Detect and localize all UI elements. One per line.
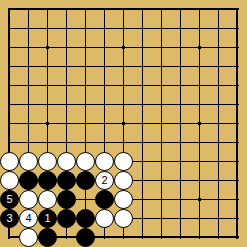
intersection-F12[interactable] xyxy=(95,19,114,38)
intersection-G4[interactable] xyxy=(114,171,133,190)
intersection-D1[interactable] xyxy=(57,228,76,247)
grid-line-h xyxy=(95,104,114,105)
intersection-K9[interactable] xyxy=(171,76,190,95)
intersection-J1[interactable] xyxy=(152,228,171,247)
grid-line-h xyxy=(209,104,228,105)
grid-line-h xyxy=(190,8,209,10)
intersection-A6[interactable] xyxy=(0,133,19,152)
intersection-H3[interactable] xyxy=(133,190,152,209)
intersection-D4[interactable] xyxy=(57,171,76,190)
white-stone xyxy=(19,228,38,247)
intersection-G11[interactable] xyxy=(114,38,133,57)
intersection-B3[interactable] xyxy=(19,190,38,209)
intersection-M1[interactable] xyxy=(209,228,228,247)
grid-line-h xyxy=(114,104,133,105)
intersection-F13[interactable] xyxy=(95,0,114,19)
intersection-E5[interactable] xyxy=(76,152,95,171)
grid-line-h xyxy=(228,180,239,181)
intersection-H5[interactable] xyxy=(133,152,152,171)
intersection-B10[interactable] xyxy=(19,57,38,76)
move-number-label: 4 xyxy=(25,213,31,224)
grid-line-h xyxy=(209,142,228,143)
intersection-H7[interactable] xyxy=(133,114,152,133)
intersection-M12[interactable] xyxy=(209,19,228,38)
intersection-G3[interactable] xyxy=(114,190,133,209)
grid-line-h xyxy=(171,161,190,162)
grid-line-h xyxy=(190,104,209,105)
grid-line-h xyxy=(190,28,209,29)
intersection-M2[interactable] xyxy=(209,209,228,228)
white-stone xyxy=(38,190,57,209)
intersection-K10[interactable] xyxy=(171,57,190,76)
black-stone: 1 xyxy=(38,209,57,228)
intersection-M13[interactable] xyxy=(209,0,228,19)
grid-line-h xyxy=(76,28,95,29)
grid-line-h xyxy=(114,66,133,67)
intersection-H9[interactable] xyxy=(133,76,152,95)
intersection-H12[interactable] xyxy=(133,19,152,38)
intersection-L12[interactable] xyxy=(190,19,209,38)
intersection-E2[interactable] xyxy=(76,209,95,228)
white-stone xyxy=(0,152,19,171)
grid-line-h xyxy=(190,142,209,143)
grid-line-h xyxy=(19,85,38,86)
grid-line-h xyxy=(133,104,152,105)
intersection-N6[interactable] xyxy=(228,133,247,152)
intersection-G6[interactable] xyxy=(114,133,133,152)
grid-line-h xyxy=(133,180,152,181)
intersection-C2[interactable]: 1 xyxy=(38,209,57,228)
intersection-B13[interactable] xyxy=(19,0,38,19)
hoshi-dot xyxy=(46,46,49,49)
intersection-M4[interactable] xyxy=(209,171,228,190)
grid-line-h xyxy=(152,28,171,29)
intersection-E4[interactable] xyxy=(76,171,95,190)
grid-line-h xyxy=(57,142,76,143)
intersection-E1[interactable] xyxy=(76,228,95,247)
grid-line-h xyxy=(114,142,133,143)
grid-line-h xyxy=(190,161,209,162)
intersection-C10[interactable] xyxy=(38,57,57,76)
grid-line-h xyxy=(209,161,228,162)
intersection-C4[interactable] xyxy=(38,171,57,190)
intersection-A5[interactable] xyxy=(0,152,19,171)
grid-line-h xyxy=(209,28,228,29)
intersection-D9[interactable] xyxy=(57,76,76,95)
grid-line-h xyxy=(171,123,190,124)
go-board: 25341 xyxy=(0,0,247,247)
intersection-B4[interactable] xyxy=(19,171,38,190)
grid-line-h xyxy=(133,199,152,200)
intersection-M6[interactable] xyxy=(209,133,228,152)
grid-line-h xyxy=(152,218,171,219)
intersection-K4[interactable] xyxy=(171,171,190,190)
grid-line-h xyxy=(8,8,19,10)
intersection-F7[interactable] xyxy=(95,114,114,133)
intersection-J13[interactable] xyxy=(152,0,171,19)
intersection-M10[interactable] xyxy=(209,57,228,76)
grid-line-h xyxy=(76,199,95,200)
intersection-J3[interactable] xyxy=(152,190,171,209)
intersection-A2[interactable]: 3 xyxy=(0,209,19,228)
grid-line-h xyxy=(133,123,152,124)
intersection-H11[interactable] xyxy=(133,38,152,57)
grid-line-h xyxy=(57,66,76,67)
intersection-K1[interactable] xyxy=(171,228,190,247)
intersection-B2[interactable]: 4 xyxy=(19,209,38,228)
intersection-A10[interactable] xyxy=(0,57,19,76)
intersection-A1[interactable] xyxy=(0,228,19,247)
grid-line-h xyxy=(38,104,57,105)
hoshi-dot xyxy=(198,46,201,49)
hoshi-dot xyxy=(198,122,201,125)
grid-line-h xyxy=(209,85,228,86)
hoshi-dot xyxy=(122,122,125,125)
intersection-F6[interactable] xyxy=(95,133,114,152)
intersection-K7[interactable] xyxy=(171,114,190,133)
grid-line-h xyxy=(19,8,38,10)
intersection-N11[interactable] xyxy=(228,38,247,57)
grid-line-h xyxy=(190,218,209,219)
intersection-F2[interactable] xyxy=(95,209,114,228)
grid-line-h xyxy=(95,47,114,48)
intersection-N1[interactable] xyxy=(228,228,247,247)
grid-line-h xyxy=(57,28,76,29)
intersection-K5[interactable] xyxy=(171,152,190,171)
grid-line-h xyxy=(152,104,171,105)
intersection-G8[interactable] xyxy=(114,95,133,114)
intersection-F5[interactable] xyxy=(95,152,114,171)
grid-line-h xyxy=(8,123,19,124)
intersection-K13[interactable] xyxy=(171,0,190,19)
intersection-D8[interactable] xyxy=(57,95,76,114)
intersection-M11[interactable] xyxy=(209,38,228,57)
grid-line-h xyxy=(171,180,190,181)
intersection-J8[interactable] xyxy=(152,95,171,114)
grid-line-h xyxy=(114,236,133,238)
intersection-D12[interactable] xyxy=(57,19,76,38)
intersection-G10[interactable] xyxy=(114,57,133,76)
intersection-G9[interactable] xyxy=(114,76,133,95)
intersection-H13[interactable] xyxy=(133,0,152,19)
grid-line-h xyxy=(133,66,152,67)
grid-line-h xyxy=(209,8,228,10)
intersection-G13[interactable] xyxy=(114,0,133,19)
grid-line-h xyxy=(228,199,239,200)
intersection-L1[interactable] xyxy=(190,228,209,247)
intersection-L10[interactable] xyxy=(190,57,209,76)
intersection-F4[interactable]: 2 xyxy=(95,171,114,190)
grid-line-h xyxy=(228,161,239,162)
intersection-N4[interactable] xyxy=(228,171,247,190)
grid-line-h xyxy=(76,104,95,105)
grid-line-h xyxy=(114,8,133,10)
grid-line-h xyxy=(95,85,114,86)
grid-line-h xyxy=(152,47,171,48)
intersection-M9[interactable] xyxy=(209,76,228,95)
intersection-H1[interactable] xyxy=(133,228,152,247)
intersection-D5[interactable] xyxy=(57,152,76,171)
intersection-B5[interactable] xyxy=(19,152,38,171)
intersection-N10[interactable] xyxy=(228,57,247,76)
black-stone xyxy=(38,228,57,247)
intersection-A7[interactable] xyxy=(0,114,19,133)
intersection-H8[interactable] xyxy=(133,95,152,114)
grid-line-h xyxy=(57,8,76,10)
intersection-F11[interactable] xyxy=(95,38,114,57)
grid-line-h xyxy=(133,218,152,219)
grid-line-h xyxy=(171,47,190,48)
intersection-A13[interactable] xyxy=(0,0,19,19)
intersection-H2[interactable] xyxy=(133,209,152,228)
grid-line-h xyxy=(171,85,190,86)
intersection-L8[interactable] xyxy=(190,95,209,114)
grid-line-h xyxy=(8,85,19,86)
intersection-N12[interactable] xyxy=(228,19,247,38)
intersection-J10[interactable] xyxy=(152,57,171,76)
intersection-E12[interactable] xyxy=(76,19,95,38)
intersection-L3[interactable] xyxy=(190,190,209,209)
grid-line-h xyxy=(190,66,209,67)
intersection-E6[interactable] xyxy=(76,133,95,152)
intersection-N7[interactable] xyxy=(228,114,247,133)
intersection-K11[interactable] xyxy=(171,38,190,57)
intersection-J5[interactable] xyxy=(152,152,171,171)
intersection-G5[interactable] xyxy=(114,152,133,171)
grid-line-h xyxy=(76,47,95,48)
grid-line-h xyxy=(19,28,38,29)
intersection-B11[interactable] xyxy=(19,38,38,57)
intersection-C1[interactable] xyxy=(38,228,57,247)
grid-line-h xyxy=(152,236,171,238)
grid-line-h xyxy=(133,47,152,48)
grid-line-h xyxy=(209,180,228,181)
move-number-label: 3 xyxy=(6,213,12,224)
grid-line-h xyxy=(76,8,95,10)
intersection-D11[interactable] xyxy=(57,38,76,57)
grid-line-h xyxy=(152,85,171,86)
intersection-J9[interactable] xyxy=(152,76,171,95)
grid-line-h xyxy=(95,8,114,10)
grid-line-h xyxy=(95,142,114,143)
intersection-C11[interactable] xyxy=(38,38,57,57)
grid-line-h xyxy=(38,28,57,29)
intersection-M8[interactable] xyxy=(209,95,228,114)
grid-line-h xyxy=(209,236,228,238)
intersection-L5[interactable] xyxy=(190,152,209,171)
grid-line-h xyxy=(19,142,38,143)
intersection-B1[interactable] xyxy=(19,228,38,247)
grid-line-h xyxy=(95,28,114,29)
grid-line-h xyxy=(8,142,19,143)
intersection-H10[interactable] xyxy=(133,57,152,76)
intersection-L11[interactable] xyxy=(190,38,209,57)
white-stone xyxy=(57,152,76,171)
intersection-E8[interactable] xyxy=(76,95,95,114)
intersection-L6[interactable] xyxy=(190,133,209,152)
grid-line-h xyxy=(133,236,152,238)
grid-line-h xyxy=(228,8,239,10)
intersection-N3[interactable] xyxy=(228,190,247,209)
grid-line-h xyxy=(8,47,19,48)
intersection-D6[interactable] xyxy=(57,133,76,152)
grid-line-h xyxy=(190,180,209,181)
intersection-D2[interactable] xyxy=(57,209,76,228)
intersection-D7[interactable] xyxy=(57,114,76,133)
intersection-J7[interactable] xyxy=(152,114,171,133)
intersection-N2[interactable] xyxy=(228,209,247,228)
intersection-E11[interactable] xyxy=(76,38,95,57)
intersection-J2[interactable] xyxy=(152,209,171,228)
intersection-N5[interactable] xyxy=(228,152,247,171)
intersection-D3[interactable] xyxy=(57,190,76,209)
intersection-C12[interactable] xyxy=(38,19,57,38)
intersection-F10[interactable] xyxy=(95,57,114,76)
grid-line-h xyxy=(114,85,133,86)
intersection-L7[interactable] xyxy=(190,114,209,133)
black-stone xyxy=(95,190,114,209)
intersection-L2[interactable] xyxy=(190,209,209,228)
white-stone: 4 xyxy=(19,209,38,228)
intersection-F8[interactable] xyxy=(95,95,114,114)
grid-line-h xyxy=(152,8,171,10)
grid-line-h xyxy=(8,236,19,238)
intersection-D13[interactable] xyxy=(57,0,76,19)
grid-line-h xyxy=(228,47,239,48)
white-stone xyxy=(114,190,133,209)
intersection-B12[interactable] xyxy=(19,19,38,38)
intersection-C8[interactable] xyxy=(38,95,57,114)
white-stone xyxy=(0,171,19,190)
black-stone xyxy=(76,171,95,190)
grid-line-h xyxy=(38,142,57,143)
intersection-F1[interactable] xyxy=(95,228,114,247)
intersection-A8[interactable] xyxy=(0,95,19,114)
intersection-C3[interactable] xyxy=(38,190,57,209)
intersection-F3[interactable] xyxy=(95,190,114,209)
intersection-D10[interactable] xyxy=(57,57,76,76)
intersection-E7[interactable] xyxy=(76,114,95,133)
intersection-K2[interactable] xyxy=(171,209,190,228)
black-stone: 5 xyxy=(0,190,19,209)
intersection-H6[interactable] xyxy=(133,133,152,152)
intersection-G1[interactable] xyxy=(114,228,133,247)
intersection-N13[interactable] xyxy=(228,0,247,19)
intersection-C9[interactable] xyxy=(38,76,57,95)
grid-line-h xyxy=(133,85,152,86)
grid-line-h xyxy=(152,123,171,124)
intersection-A11[interactable] xyxy=(0,38,19,57)
grid-line-h xyxy=(171,104,190,105)
intersection-F9[interactable] xyxy=(95,76,114,95)
grid-line-h xyxy=(76,85,95,86)
black-stone: 3 xyxy=(0,209,19,228)
white-stone xyxy=(114,171,133,190)
intersection-J4[interactable] xyxy=(152,171,171,190)
grid-line-h xyxy=(171,8,190,10)
intersection-G7[interactable] xyxy=(114,114,133,133)
grid-line-h xyxy=(133,161,152,162)
grid-line-h xyxy=(152,66,171,67)
intersection-E13[interactable] xyxy=(76,0,95,19)
white-stone xyxy=(38,152,57,171)
intersection-L4[interactable] xyxy=(190,171,209,190)
intersection-H4[interactable] xyxy=(133,171,152,190)
intersection-C7[interactable] xyxy=(38,114,57,133)
grid-line-h xyxy=(228,66,239,67)
white-stone xyxy=(95,209,114,228)
intersection-B7[interactable] xyxy=(19,114,38,133)
intersection-N8[interactable] xyxy=(228,95,247,114)
intersection-J11[interactable] xyxy=(152,38,171,57)
black-stone xyxy=(57,209,76,228)
intersection-B9[interactable] xyxy=(19,76,38,95)
grid-line-h xyxy=(228,142,239,143)
intersection-E10[interactable] xyxy=(76,57,95,76)
intersection-A9[interactable] xyxy=(0,76,19,95)
intersection-J6[interactable] xyxy=(152,133,171,152)
hoshi-dot xyxy=(198,198,201,201)
intersection-J12[interactable] xyxy=(152,19,171,38)
intersection-K3[interactable] xyxy=(171,190,190,209)
intersection-K6[interactable] xyxy=(171,133,190,152)
grid-line-h xyxy=(57,104,76,105)
grid-line-h xyxy=(95,123,114,124)
grid-line-h xyxy=(8,28,19,29)
intersection-A4[interactable] xyxy=(0,171,19,190)
grid-line-h xyxy=(19,123,38,124)
grid-line-h xyxy=(57,47,76,48)
intersection-L13[interactable] xyxy=(190,0,209,19)
grid-line-h xyxy=(8,104,19,105)
intersection-E3[interactable] xyxy=(76,190,95,209)
intersection-B8[interactable] xyxy=(19,95,38,114)
black-stone xyxy=(76,228,95,247)
grid-line-h xyxy=(228,28,239,29)
grid-line-h xyxy=(209,199,228,200)
white-stone xyxy=(95,152,114,171)
black-stone xyxy=(76,209,95,228)
intersection-M5[interactable] xyxy=(209,152,228,171)
black-stone xyxy=(57,190,76,209)
intersection-K12[interactable] xyxy=(171,19,190,38)
intersection-A3[interactable]: 5 xyxy=(0,190,19,209)
intersection-N9[interactable] xyxy=(228,76,247,95)
white-stone xyxy=(19,152,38,171)
intersection-M3[interactable] xyxy=(209,190,228,209)
intersection-A12[interactable] xyxy=(0,19,19,38)
intersection-E9[interactable] xyxy=(76,76,95,95)
intersection-G2[interactable] xyxy=(114,209,133,228)
move-number-label: 1 xyxy=(44,213,50,224)
intersection-C13[interactable] xyxy=(38,0,57,19)
grid-line-h xyxy=(152,142,171,143)
intersection-G12[interactable] xyxy=(114,19,133,38)
white-stone xyxy=(114,152,133,171)
intersection-C6[interactable] xyxy=(38,133,57,152)
black-stone xyxy=(57,171,76,190)
grid-line-h xyxy=(152,199,171,200)
intersection-L9[interactable] xyxy=(190,76,209,95)
intersection-C5[interactable] xyxy=(38,152,57,171)
intersection-B6[interactable] xyxy=(19,133,38,152)
grid-line-h xyxy=(152,180,171,181)
grid-line-h xyxy=(76,123,95,124)
hoshi-dot xyxy=(122,46,125,49)
intersection-M7[interactable] xyxy=(209,114,228,133)
grid-line-h xyxy=(228,85,239,86)
intersection-K8[interactable] xyxy=(171,95,190,114)
